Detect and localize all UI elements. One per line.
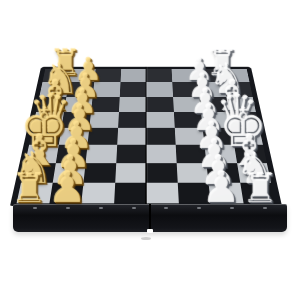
silver-pawn-h7: ♟ (202, 166, 241, 210)
gold-rook-h1: ♜ (12, 169, 49, 210)
pieces-layer: ♜♜♟♟♞♞♟♟♝♝♟♟♛♛♟♟♚♚♟♟♝♝♟♟♞♞♟♟♜♟♟♜ (0, 0, 292, 292)
chess-set-product-photo: ♜♜♟♟♞♞♟♟♝♝♟♟♛♛♟♟♚♚♟♟♝♝♟♟♞♞♟♟♜♟♟♜ (0, 0, 292, 292)
silver-rook-h8: ♜ (243, 169, 280, 210)
gold-pawn-h2: ♟ (48, 166, 87, 210)
